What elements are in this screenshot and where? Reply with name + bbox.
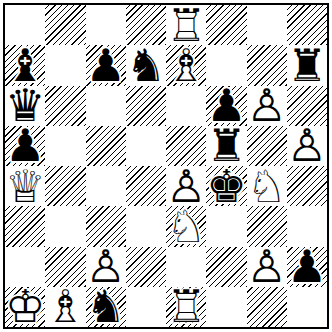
black-knight-c1[interactable]: ♞♞ xyxy=(86,287,126,327)
piece-glyph: ♗ xyxy=(45,287,85,327)
square-d6[interactable] xyxy=(126,86,166,126)
square-c7[interactable]: ♟♟ xyxy=(86,45,126,85)
square-h2[interactable]: ♟♟ xyxy=(287,247,327,287)
square-a4[interactable]: ♛♕ xyxy=(5,166,45,206)
white-knight-e3[interactable]: ♞♘ xyxy=(166,206,206,246)
piece-glyph: ♟ xyxy=(86,45,126,85)
square-e6[interactable] xyxy=(166,86,206,126)
white-bishop-b1[interactable]: ♝♗ xyxy=(45,287,85,327)
square-f1[interactable] xyxy=(206,287,246,327)
chess-diagram: ♜♖♝♝♟♟♞♞♝♗♜♜♛♛♟♟♟♙♟♟♜♜♟♙♛♕♟♙♚♚♞♘♞♘♟♙♟♙♟♟… xyxy=(0,0,332,332)
square-d7[interactable]: ♞♞ xyxy=(126,45,166,85)
piece-glyph: ♟ xyxy=(287,247,327,287)
square-b8[interactable] xyxy=(45,5,85,45)
white-pawn-h5[interactable]: ♟♙ xyxy=(287,126,327,166)
square-d4[interactable] xyxy=(126,166,166,206)
piece-glyph: ♖ xyxy=(166,287,206,327)
white-pawn-g6[interactable]: ♟♙ xyxy=(247,86,287,126)
square-e7[interactable]: ♝♗ xyxy=(166,45,206,85)
square-g1[interactable] xyxy=(247,287,287,327)
black-knight-d7[interactable]: ♞♞ xyxy=(126,45,166,85)
board-frame: ♜♖♝♝♟♟♞♞♝♗♜♜♛♛♟♟♟♙♟♟♜♜♟♙♛♕♟♙♚♚♞♘♞♘♟♙♟♙♟♟… xyxy=(3,3,329,329)
square-g4[interactable]: ♞♘ xyxy=(247,166,287,206)
white-bishop-e7[interactable]: ♝♗ xyxy=(166,45,206,85)
square-h5[interactable]: ♟♙ xyxy=(287,126,327,166)
square-b3[interactable] xyxy=(45,206,85,246)
square-f2[interactable] xyxy=(206,247,246,287)
square-b7[interactable] xyxy=(45,45,85,85)
white-king-a1[interactable]: ♚♔ xyxy=(5,287,45,327)
square-c6[interactable] xyxy=(86,86,126,126)
square-e3[interactable]: ♞♘ xyxy=(166,206,206,246)
piece-glyph: ♕ xyxy=(5,166,45,206)
piece-glyph: ♘ xyxy=(247,166,287,206)
square-c4[interactable] xyxy=(86,166,126,206)
square-d3[interactable] xyxy=(126,206,166,246)
square-a3[interactable] xyxy=(5,206,45,246)
square-g8[interactable] xyxy=(247,5,287,45)
piece-glyph: ♘ xyxy=(166,206,206,246)
black-rook-h7[interactable]: ♜♜ xyxy=(287,45,327,85)
square-g2[interactable]: ♟♙ xyxy=(247,247,287,287)
square-g6[interactable]: ♟♙ xyxy=(247,86,287,126)
square-f8[interactable] xyxy=(206,5,246,45)
piece-glyph: ♜ xyxy=(287,45,327,85)
square-b4[interactable] xyxy=(45,166,85,206)
black-pawn-h2[interactable]: ♟♟ xyxy=(287,247,327,287)
square-b6[interactable] xyxy=(45,86,85,126)
piece-glyph: ♚ xyxy=(206,166,246,206)
square-d5[interactable] xyxy=(126,126,166,166)
square-c5[interactable] xyxy=(86,126,126,166)
square-h1[interactable] xyxy=(287,287,327,327)
square-h7[interactable]: ♜♜ xyxy=(287,45,327,85)
piece-glyph: ♔ xyxy=(5,287,45,327)
square-d1[interactable] xyxy=(126,287,166,327)
square-b5[interactable] xyxy=(45,126,85,166)
square-b1[interactable]: ♝♗ xyxy=(45,287,85,327)
chess-board: ♜♖♝♝♟♟♞♞♝♗♜♜♛♛♟♟♟♙♟♟♜♜♟♙♛♕♟♙♚♚♞♘♞♘♟♙♟♙♟♟… xyxy=(5,5,327,327)
white-knight-g4[interactable]: ♞♘ xyxy=(247,166,287,206)
piece-glyph: ♙ xyxy=(287,126,327,166)
white-rook-e1[interactable]: ♜♖ xyxy=(166,287,206,327)
black-king-f4[interactable]: ♚♚ xyxy=(206,166,246,206)
piece-glyph: ♗ xyxy=(166,45,206,85)
square-f3[interactable] xyxy=(206,206,246,246)
white-pawn-g2[interactable]: ♟♙ xyxy=(247,247,287,287)
square-a1[interactable]: ♚♔ xyxy=(5,287,45,327)
piece-glyph: ♞ xyxy=(86,287,126,327)
piece-glyph: ♙ xyxy=(247,86,287,126)
square-c1[interactable]: ♞♞ xyxy=(86,287,126,327)
black-pawn-c7[interactable]: ♟♟ xyxy=(86,45,126,85)
square-d2[interactable] xyxy=(126,247,166,287)
square-f4[interactable]: ♚♚ xyxy=(206,166,246,206)
piece-glyph: ♙ xyxy=(247,247,287,287)
white-queen-a4[interactable]: ♛♕ xyxy=(5,166,45,206)
square-e1[interactable]: ♜♖ xyxy=(166,287,206,327)
square-h4[interactable] xyxy=(287,166,327,206)
piece-glyph: ♞ xyxy=(126,45,166,85)
